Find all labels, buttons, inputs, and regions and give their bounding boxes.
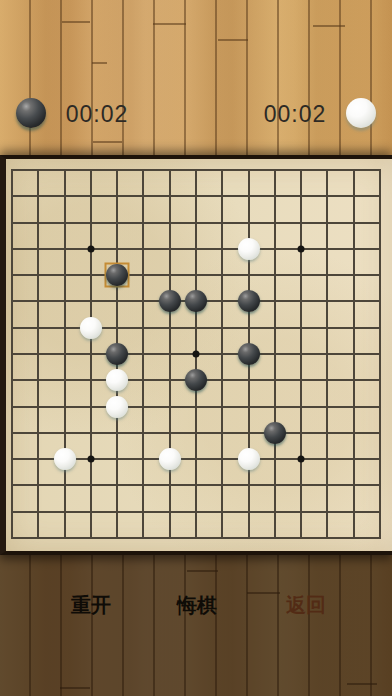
game-board[interactable]: [0, 155, 392, 555]
restart-button[interactable]: 重开: [55, 591, 127, 619]
stone-black: [238, 343, 260, 365]
stone-white: [238, 448, 260, 470]
stone-white: [106, 369, 128, 391]
stone-black: [185, 290, 207, 312]
white-timer: 00:02: [260, 101, 330, 128]
stone-black: [106, 264, 128, 286]
white-player-stone-icon: [346, 98, 376, 128]
star-point: [193, 351, 200, 358]
star-point: [298, 456, 305, 463]
bottom-dim-overlay: [0, 555, 392, 696]
grid-line-horizontal: [11, 537, 381, 539]
stone-black: [264, 422, 286, 444]
star-point: [298, 245, 305, 252]
plank-seam: [62, 21, 90, 23]
stone-white: [80, 317, 102, 339]
grid-line-vertical: [353, 169, 355, 539]
stone-white: [54, 448, 76, 470]
star-point: [87, 245, 94, 252]
grid-line-vertical: [379, 169, 381, 539]
black-timer: 00:02: [62, 101, 132, 128]
plank-seam: [153, 23, 186, 25]
plank-seam: [218, 39, 248, 41]
star-point: [87, 456, 94, 463]
plank-seam: [93, 141, 122, 143]
board-grid[interactable]: [12, 170, 380, 538]
stone-white: [159, 448, 181, 470]
game-screen: 00:02 00:02 重开 悔棋 返回: [0, 0, 392, 696]
back-button[interactable]: 返回: [270, 591, 342, 619]
grid-line-horizontal: [11, 511, 381, 513]
stone-white: [238, 238, 260, 260]
stone-black: [106, 343, 128, 365]
stone-black: [238, 290, 260, 312]
plank-seam: [313, 25, 345, 27]
stone-black: [159, 290, 181, 312]
black-player-stone-icon: [16, 98, 46, 128]
stone-white: [106, 396, 128, 418]
grid-line-horizontal: [11, 484, 381, 486]
plank-seam: [92, 62, 107, 64]
undo-button[interactable]: 悔棋: [161, 591, 233, 619]
stone-black: [185, 369, 207, 391]
